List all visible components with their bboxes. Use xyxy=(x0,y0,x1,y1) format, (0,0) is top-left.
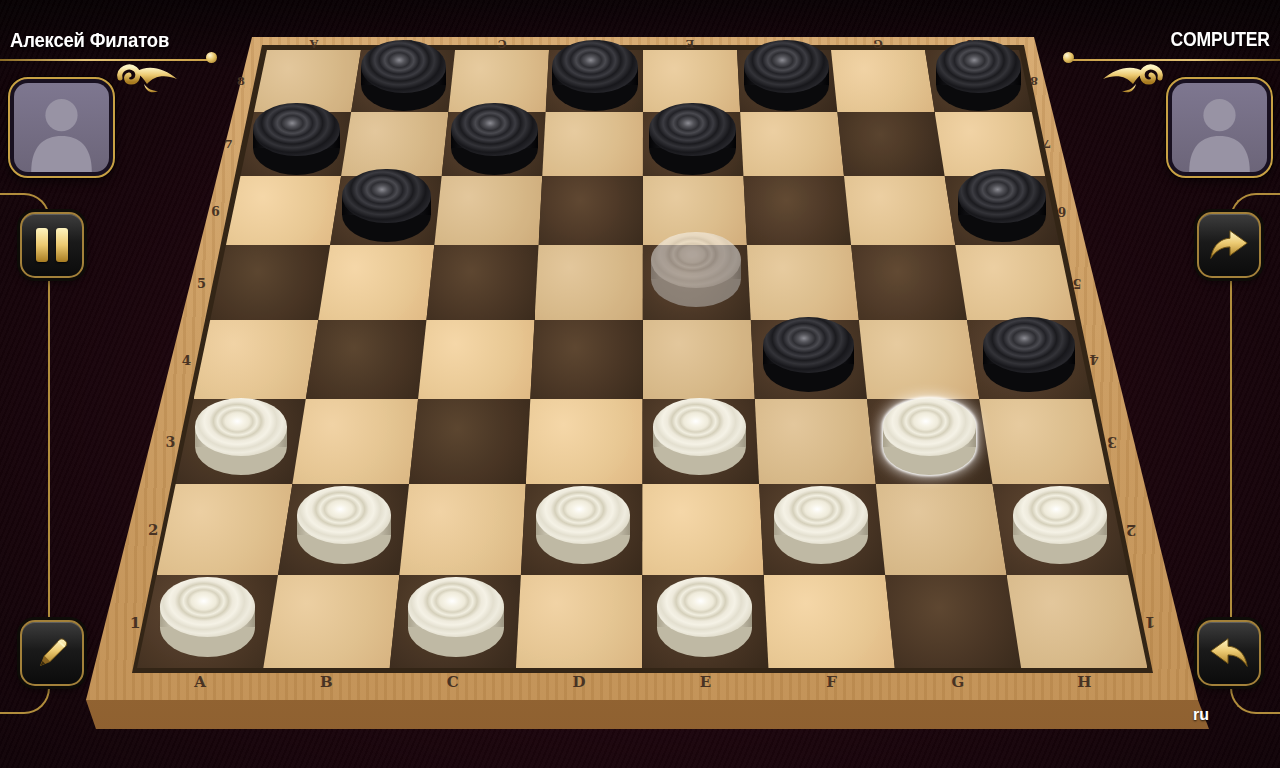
rank-label-left-8: 8 xyxy=(237,74,245,88)
pause-icon xyxy=(36,228,68,262)
file-label-bottom-a: A xyxy=(194,673,206,691)
square-b4[interactable] xyxy=(306,320,427,399)
file-label-bottom-d: D xyxy=(573,673,586,691)
square-a5[interactable] xyxy=(210,245,330,320)
rank-label-left-5: 5 xyxy=(197,275,206,290)
piece-body xyxy=(408,577,504,636)
piece-body xyxy=(653,398,746,456)
checker-white-e1[interactable]: ⛀ xyxy=(657,577,753,662)
square-f7[interactable] xyxy=(740,112,844,176)
square-c5[interactable] xyxy=(426,245,538,320)
file-label-top-e: E xyxy=(686,37,694,50)
square-g6[interactable] xyxy=(844,176,955,245)
rank-label-left-2: 2 xyxy=(148,521,158,539)
rank-label-left-3: 3 xyxy=(165,434,175,450)
piece-body xyxy=(958,169,1047,224)
rank-label-right-2: 2 xyxy=(1125,521,1135,539)
rank-label-left-1: 1 xyxy=(130,612,141,631)
square-f3[interactable] xyxy=(755,399,876,484)
square-g8[interactable] xyxy=(831,50,935,112)
square-b7[interactable] xyxy=(341,112,448,176)
checker-black-c7[interactable]: ⛂ xyxy=(451,103,538,181)
pencil-icon xyxy=(31,632,73,674)
rank-label-left-4: 4 xyxy=(182,352,191,368)
pause-button[interactable] xyxy=(20,212,84,278)
checker-white-a1[interactable]: ⛀ xyxy=(160,577,256,662)
share-arrow-icon xyxy=(1206,227,1252,263)
square-c3[interactable] xyxy=(409,399,530,484)
piece-body xyxy=(297,486,391,545)
square-f1[interactable] xyxy=(764,575,895,668)
square-a6[interactable] xyxy=(226,176,341,245)
rank-label-right-8: 8 xyxy=(1030,74,1038,88)
square-c4[interactable] xyxy=(418,320,534,399)
undo-arrow-icon xyxy=(1206,635,1252,671)
square-d5[interactable] xyxy=(535,245,643,320)
square-h1[interactable] xyxy=(1007,575,1148,668)
checker-black-h6[interactable]: ⛂ xyxy=(958,169,1047,249)
checker-black-b8[interactable]: ⛂ xyxy=(361,40,447,117)
piece-body xyxy=(1013,486,1107,545)
square-g2[interactable] xyxy=(876,484,1007,575)
checker-black-d8[interactable]: ⛂ xyxy=(552,40,638,117)
checker-white-e5-ghost: ⛀ xyxy=(651,232,741,313)
piece-body xyxy=(651,232,741,288)
file-label-bottom-b: B xyxy=(320,673,333,691)
file-label-top-g: G xyxy=(873,37,882,50)
locale-label: ru xyxy=(1193,706,1209,724)
square-a4[interactable] xyxy=(194,320,319,399)
piece-body xyxy=(763,317,855,374)
checker-white-f2[interactable]: ⛀ xyxy=(774,486,868,570)
rank-label-left-7: 7 xyxy=(225,137,233,151)
checker-black-f4[interactable]: ⛂ xyxy=(763,317,855,399)
piece-body xyxy=(657,577,753,636)
square-b1[interactable] xyxy=(263,575,399,668)
square-f5[interactable] xyxy=(747,245,859,320)
rank-label-right-5: 5 xyxy=(1073,275,1082,290)
checker-white-d2[interactable]: ⛀ xyxy=(536,486,630,570)
file-label-bottom-c: C xyxy=(447,673,459,691)
rank-label-right-7: 7 xyxy=(1043,137,1051,151)
checker-white-a3[interactable]: ⛀ xyxy=(195,398,288,481)
checker-white-h2[interactable]: ⛀ xyxy=(1013,486,1107,570)
piece-body xyxy=(160,577,256,636)
piece-body xyxy=(883,398,976,456)
checker-white-b2[interactable]: ⛀ xyxy=(297,486,391,570)
piece-body xyxy=(649,103,736,157)
square-b3[interactable] xyxy=(292,399,418,484)
square-a2[interactable] xyxy=(157,484,293,575)
piece-body xyxy=(195,398,288,456)
square-c2[interactable] xyxy=(399,484,525,575)
rank-label-right-1: 1 xyxy=(1145,612,1156,631)
undo-button[interactable] xyxy=(1197,620,1261,686)
edit-button[interactable] xyxy=(20,620,84,686)
square-e4[interactable] xyxy=(643,320,755,399)
square-b5[interactable] xyxy=(318,245,434,320)
square-g1[interactable] xyxy=(885,575,1021,668)
square-c6[interactable] xyxy=(434,176,542,245)
square-g5[interactable] xyxy=(851,245,967,320)
checker-white-c1[interactable]: ⛀ xyxy=(408,577,504,662)
square-d3[interactable] xyxy=(526,399,643,484)
square-d6[interactable] xyxy=(539,176,643,245)
checker-black-a7[interactable]: ⛂ xyxy=(253,103,340,181)
piece-body xyxy=(342,169,431,224)
square-h3[interactable] xyxy=(979,399,1109,484)
square-d7[interactable] xyxy=(542,112,643,176)
piece-body xyxy=(253,103,340,157)
piece-body xyxy=(552,40,638,93)
square-g4[interactable] xyxy=(859,320,979,399)
square-d1[interactable] xyxy=(516,575,642,668)
file-label-bottom-h: H xyxy=(1077,673,1091,691)
file-label-bottom-f: F xyxy=(826,673,837,691)
share-button[interactable] xyxy=(1197,212,1261,278)
square-f6[interactable] xyxy=(743,176,851,245)
rank-label-right-6: 6 xyxy=(1057,203,1066,218)
piece-body xyxy=(936,40,1022,93)
file-label-top-c: C xyxy=(498,37,507,50)
checker-black-f8[interactable]: ⛂ xyxy=(744,40,830,117)
file-label-bottom-e: E xyxy=(700,673,711,691)
file-label-top-a: A xyxy=(310,37,319,50)
checker-black-b6[interactable]: ⛂ xyxy=(342,169,431,249)
checker-black-h8[interactable]: ⛂ xyxy=(936,40,1022,117)
piece-body xyxy=(536,486,630,545)
checker-black-e7[interactable]: ⛂ xyxy=(649,103,736,181)
piece-body xyxy=(451,103,538,157)
checker-white-e3[interactable]: ⛀ xyxy=(653,398,746,481)
checker-black-h4[interactable]: ⛂ xyxy=(983,317,1075,399)
square-h5[interactable] xyxy=(955,245,1075,320)
square-g7[interactable] xyxy=(837,112,944,176)
square-h7[interactable] xyxy=(935,112,1046,176)
square-d4[interactable] xyxy=(530,320,642,399)
board: AABBCCDDEEFFGGHH8877665544332211⛂⛂⛂⛂⛂⛂⛂⛂… xyxy=(0,0,1280,768)
checker-white-g3-selected[interactable]: ⛀ xyxy=(883,398,976,481)
piece-body xyxy=(983,317,1075,374)
rank-label-right-4: 4 xyxy=(1089,352,1098,368)
rank-label-left-6: 6 xyxy=(211,203,220,218)
checkers-game-screen: Алексей Филатов COMPUTER AABBCCDDEE xyxy=(0,0,1280,768)
rank-label-right-3: 3 xyxy=(1107,434,1117,450)
file-label-bottom-g: G xyxy=(952,673,965,691)
piece-body xyxy=(361,40,447,93)
square-e2[interactable] xyxy=(642,484,763,575)
